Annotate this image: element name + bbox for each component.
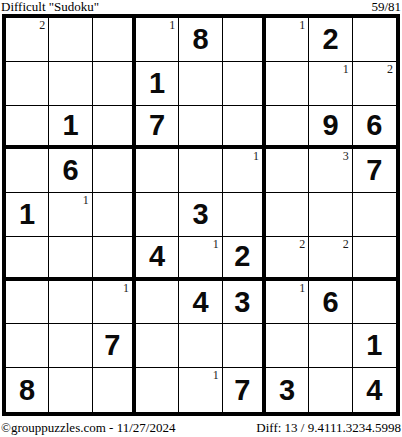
cell-r8c5[interactable] xyxy=(179,324,222,368)
cell-r6c9[interactable] xyxy=(353,237,396,281)
cell-r2c2[interactable] xyxy=(49,62,92,106)
given-digit: 1 xyxy=(136,62,178,105)
cell-r9c2[interactable] xyxy=(49,368,92,412)
cell-r1c2[interactable] xyxy=(49,18,92,62)
cell-r7c2[interactable] xyxy=(49,281,92,325)
pencil-mark: 2 xyxy=(343,237,349,251)
cell-r6c5[interactable]: 1 xyxy=(179,237,222,281)
cell-r6c7[interactable]: 2 xyxy=(266,237,309,281)
cell-r3c9[interactable]: 6 xyxy=(353,106,396,150)
given-digit: 7 xyxy=(353,149,396,192)
given-digit: 7 xyxy=(136,106,178,146)
given-digit: 6 xyxy=(353,106,396,146)
pencil-mark: 1 xyxy=(213,368,219,382)
cell-r5c4[interactable] xyxy=(136,193,179,237)
given-digit: 4 xyxy=(136,237,178,277)
cell-r2c7[interactable] xyxy=(266,62,309,106)
pencil-mark: 2 xyxy=(387,62,393,76)
given-digit: 4 xyxy=(353,368,396,412)
cell-r6c2[interactable] xyxy=(49,237,92,281)
cell-r7c7[interactable]: 1 xyxy=(266,281,309,325)
cell-r4c6[interactable]: 1 xyxy=(223,149,266,193)
cell-r1c8[interactable]: 2 xyxy=(309,18,352,62)
cell-r5c5[interactable]: 3 xyxy=(179,193,222,237)
pencil-mark: 1 xyxy=(299,281,305,295)
cell-r5c9[interactable] xyxy=(353,193,396,237)
page-title: Difficult "Sudoku" xyxy=(1,0,99,13)
cell-r6c4[interactable]: 4 xyxy=(136,237,179,281)
cell-r4c3[interactable] xyxy=(93,149,136,193)
cell-r7c6[interactable]: 3 xyxy=(223,281,266,325)
pencil-mark: 2 xyxy=(39,18,45,32)
cell-r7c3[interactable]: 1 xyxy=(93,281,136,325)
given-digit: 2 xyxy=(309,18,351,61)
given-digit: 6 xyxy=(309,281,351,324)
cell-r2c1[interactable] xyxy=(6,62,49,106)
given-digit: 7 xyxy=(93,324,132,367)
empty-cells-counter: 59/81 xyxy=(371,0,401,13)
given-digit: 1 xyxy=(6,193,48,236)
cell-r9c5[interactable]: 1 xyxy=(179,368,222,412)
cell-r8c6[interactable] xyxy=(223,324,266,368)
pencil-mark: 1 xyxy=(123,281,129,295)
cell-r3c5[interactable] xyxy=(179,106,222,150)
cell-r5c1[interactable]: 1 xyxy=(6,193,49,237)
cell-r2c6[interactable] xyxy=(223,62,266,106)
cell-r4c9[interactable]: 7 xyxy=(353,149,396,193)
pencil-mark: 1 xyxy=(169,18,175,32)
given-digit: 1 xyxy=(353,324,396,367)
given-digit: 3 xyxy=(223,281,262,324)
pencil-mark: 1 xyxy=(299,18,305,32)
cell-r6c1[interactable] xyxy=(6,237,49,281)
cell-r6c3[interactable] xyxy=(93,237,136,281)
cell-r3c7[interactable] xyxy=(266,106,309,150)
pencil-mark: 1 xyxy=(343,62,349,76)
cell-r8c1[interactable] xyxy=(6,324,49,368)
cell-r7c5[interactable]: 4 xyxy=(179,281,222,325)
cell-r2c3[interactable] xyxy=(93,62,136,106)
cell-r1c6[interactable] xyxy=(223,18,266,62)
given-digit: 3 xyxy=(179,193,221,236)
pencil-mark: 1 xyxy=(253,149,259,163)
cell-r1c9[interactable] xyxy=(353,18,396,62)
cell-r5c6[interactable] xyxy=(223,193,266,237)
cell-r6c6[interactable]: 2 xyxy=(223,237,266,281)
cell-r5c8[interactable] xyxy=(309,193,352,237)
cell-r4c5[interactable] xyxy=(179,149,222,193)
cell-r3c4[interactable]: 7 xyxy=(136,106,179,150)
cell-r2c9[interactable]: 2 xyxy=(353,62,396,106)
cell-r3c2[interactable]: 1 xyxy=(49,106,92,150)
cell-r4c7[interactable] xyxy=(266,149,309,193)
cell-r9c4[interactable] xyxy=(136,368,179,412)
cell-r1c3[interactable] xyxy=(93,18,136,62)
cell-r9c7[interactable]: 3 xyxy=(266,368,309,412)
cell-r9c1[interactable]: 8 xyxy=(6,368,49,412)
cell-r5c2[interactable]: 1 xyxy=(49,193,92,237)
given-digit: 8 xyxy=(6,368,48,412)
cell-r4c2[interactable]: 6 xyxy=(49,149,92,193)
cell-r8c8[interactable] xyxy=(309,324,352,368)
pencil-mark: 3 xyxy=(343,149,349,163)
cell-r2c8[interactable]: 1 xyxy=(309,62,352,106)
cell-r9c9[interactable]: 4 xyxy=(353,368,396,412)
cell-r6c8[interactable]: 2 xyxy=(309,237,352,281)
given-digit: 9 xyxy=(309,106,351,146)
given-digit: 6 xyxy=(49,149,91,192)
footer: ©grouppuzzles.com - 11/27/2024 Diff: 13 … xyxy=(0,416,402,435)
given-digit: 3 xyxy=(266,368,308,412)
cell-r9c8[interactable] xyxy=(309,368,352,412)
cell-r1c1[interactable]: 2 xyxy=(6,18,49,62)
cell-r3c1[interactable] xyxy=(6,106,49,150)
copyright-date: ©grouppuzzles.com - 11/27/2024 xyxy=(1,420,175,435)
cell-r5c3[interactable] xyxy=(93,193,136,237)
given-digit: 8 xyxy=(179,18,221,61)
cell-r9c6[interactable]: 7 xyxy=(223,368,266,412)
given-digit: 2 xyxy=(223,237,262,277)
cell-r7c8[interactable]: 6 xyxy=(309,281,352,325)
cell-r2c5[interactable] xyxy=(179,62,222,106)
cell-r8c3[interactable]: 7 xyxy=(93,324,136,368)
sudoku-grid: 218121121796613711341222143167181734 xyxy=(2,14,400,416)
cell-r3c6[interactable] xyxy=(223,106,266,150)
difficulty-code: Diff: 13 / 9.4111.3234.5998 xyxy=(256,420,401,435)
cell-r3c8[interactable]: 9 xyxy=(309,106,352,150)
cell-r2c4[interactable]: 1 xyxy=(136,62,179,106)
cell-r1c5[interactable]: 8 xyxy=(179,18,222,62)
cell-r4c1[interactable] xyxy=(6,149,49,193)
header: Difficult "Sudoku" 59/81 xyxy=(0,0,402,14)
cell-r9c3[interactable] xyxy=(93,368,136,412)
cell-r4c4[interactable] xyxy=(136,149,179,193)
cell-r8c7[interactable] xyxy=(266,324,309,368)
pencil-mark: 1 xyxy=(213,237,219,251)
given-digit: 1 xyxy=(49,106,91,146)
cell-r7c9[interactable] xyxy=(353,281,396,325)
pencil-mark: 1 xyxy=(83,193,89,207)
cell-r3c3[interactable] xyxy=(93,106,136,150)
given-digit: 4 xyxy=(179,281,221,324)
cell-r4c8[interactable]: 3 xyxy=(309,149,352,193)
given-digit: 7 xyxy=(223,368,262,412)
cell-r5c7[interactable] xyxy=(266,193,309,237)
cell-r7c1[interactable] xyxy=(6,281,49,325)
cell-r1c4[interactable]: 1 xyxy=(136,18,179,62)
cell-r7c4[interactable] xyxy=(136,281,179,325)
cell-r1c7[interactable]: 1 xyxy=(266,18,309,62)
sudoku-page: Difficult "Sudoku" 59/81 218121121796613… xyxy=(0,0,402,437)
cell-r8c4[interactable] xyxy=(136,324,179,368)
cell-r8c2[interactable] xyxy=(49,324,92,368)
cell-r8c9[interactable]: 1 xyxy=(353,324,396,368)
pencil-mark: 2 xyxy=(299,237,305,251)
